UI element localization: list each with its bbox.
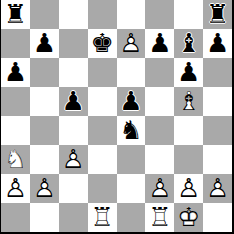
- square-b3[interactable]: [30, 145, 59, 174]
- square-f1[interactable]: ♜♖: [145, 203, 174, 232]
- white-pawn-fill: ♟: [148, 175, 171, 201]
- white-pawn-outline: ♙: [62, 146, 85, 172]
- white-pawn-outline: ♙: [4, 175, 27, 201]
- square-e7[interactable]: ♟♙: [117, 29, 146, 58]
- square-g1[interactable]: ♚♔: [174, 203, 203, 232]
- white-pawn-outline: ♙: [33, 175, 56, 201]
- square-a7[interactable]: [1, 29, 30, 58]
- black-pawn-glyph: ♟: [177, 59, 200, 85]
- square-a6[interactable]: ♟: [1, 58, 30, 87]
- square-c1[interactable]: [59, 203, 88, 232]
- white-rook-outline: ♖: [148, 204, 171, 230]
- piece-white-rook[interactable]: ♜♖: [88, 203, 117, 232]
- black-bishop-glyph: ♝: [177, 30, 200, 56]
- square-f6[interactable]: [145, 58, 174, 87]
- piece-black-pawn[interactable]: ♟: [30, 29, 59, 58]
- piece-black-pawn[interactable]: ♟: [145, 29, 174, 58]
- square-c8[interactable]: [59, 0, 88, 29]
- square-b5[interactable]: [30, 87, 59, 116]
- square-c2[interactable]: [59, 174, 88, 203]
- square-g3[interactable]: [174, 145, 203, 174]
- piece-black-rook[interactable]: ♜: [1, 0, 30, 29]
- square-e2[interactable]: [117, 174, 146, 203]
- square-h3[interactable]: [203, 145, 232, 174]
- piece-black-pawn[interactable]: ♟: [203, 29, 232, 58]
- square-f2[interactable]: ♟♙: [145, 174, 174, 203]
- square-c6[interactable]: [59, 58, 88, 87]
- black-pawn-glyph: ♟: [119, 88, 142, 114]
- black-pawn-glyph: ♟: [206, 30, 229, 56]
- square-e8[interactable]: [117, 0, 146, 29]
- square-b8[interactable]: [30, 0, 59, 29]
- square-h5[interactable]: [203, 87, 232, 116]
- square-a2[interactable]: ♟♙: [1, 174, 30, 203]
- white-pawn-fill: ♟: [33, 175, 56, 201]
- black-pawn-glyph: ♟: [148, 30, 171, 56]
- square-d6[interactable]: [88, 58, 117, 87]
- square-e5[interactable]: ♟: [117, 87, 146, 116]
- piece-black-bishop[interactable]: ♝: [174, 29, 203, 58]
- square-b4[interactable]: [30, 116, 59, 145]
- square-e6[interactable]: [117, 58, 146, 87]
- square-g4[interactable]: [174, 116, 203, 145]
- white-rook-outline: ♖: [90, 204, 113, 230]
- black-rook-glyph: ♜: [206, 1, 229, 27]
- piece-white-pawn[interactable]: ♟♙: [174, 174, 203, 203]
- piece-white-pawn[interactable]: ♟♙: [1, 174, 30, 203]
- square-d1[interactable]: ♜♖: [88, 203, 117, 232]
- square-g5[interactable]: ♝♗: [174, 87, 203, 116]
- white-pawn-outline: ♙: [177, 175, 200, 201]
- black-pawn-glyph: ♟: [4, 59, 27, 85]
- white-rook-fill: ♜: [148, 204, 171, 230]
- white-knight-fill: ♞: [4, 146, 27, 172]
- white-knight-outline: ♘: [4, 146, 27, 172]
- white-pawn-fill: ♟: [177, 175, 200, 201]
- square-a5[interactable]: [1, 87, 30, 116]
- square-g8[interactable]: [174, 0, 203, 29]
- square-h4[interactable]: [203, 116, 232, 145]
- square-d4[interactable]: [88, 116, 117, 145]
- black-pawn-glyph: ♟: [62, 88, 85, 114]
- square-e3[interactable]: [117, 145, 146, 174]
- square-h1[interactable]: [203, 203, 232, 232]
- square-g7[interactable]: ♝: [174, 29, 203, 58]
- white-pawn-fill: ♟: [62, 146, 85, 172]
- white-pawn-fill: ♟: [206, 175, 229, 201]
- piece-black-pawn[interactable]: ♟: [1, 58, 30, 87]
- square-d2[interactable]: [88, 174, 117, 203]
- square-b1[interactable]: [30, 203, 59, 232]
- piece-white-pawn[interactable]: ♟♙: [30, 174, 59, 203]
- piece-black-king[interactable]: ♚: [88, 29, 117, 58]
- piece-white-pawn[interactable]: ♟♙: [59, 145, 88, 174]
- square-g6[interactable]: ♟: [174, 58, 203, 87]
- white-rook-fill: ♜: [90, 204, 113, 230]
- white-king-outline: ♔: [177, 204, 200, 230]
- white-pawn-fill: ♟: [4, 175, 27, 201]
- square-b6[interactable]: [30, 58, 59, 87]
- white-pawn-outline: ♙: [119, 30, 142, 56]
- piece-white-king[interactable]: ♚♔: [174, 203, 203, 232]
- square-d5[interactable]: [88, 87, 117, 116]
- square-f7[interactable]: ♟: [145, 29, 174, 58]
- piece-black-rook[interactable]: ♜: [203, 0, 232, 29]
- black-rook-glyph: ♜: [4, 1, 27, 27]
- black-pawn-glyph: ♟: [33, 30, 56, 56]
- square-d7[interactable]: ♚: [88, 29, 117, 58]
- square-a8[interactable]: ♜: [1, 0, 30, 29]
- square-f3[interactable]: [145, 145, 174, 174]
- square-e1[interactable]: [117, 203, 146, 232]
- black-king-glyph: ♚: [90, 30, 113, 56]
- piece-black-pawn[interactable]: ♟: [174, 58, 203, 87]
- white-pawn-fill: ♟: [119, 30, 142, 56]
- piece-white-pawn[interactable]: ♟♙: [117, 29, 146, 58]
- chess-board: ♜♜♟♚♟♙♟♝♟♟♟♟♟♝♗♞♞♘♟♙♟♙♟♙♟♙♟♙♟♙♜♖♜♖♚♔: [0, 0, 234, 234]
- square-h7[interactable]: ♟: [203, 29, 232, 58]
- piece-white-rook[interactable]: ♜♖: [145, 203, 174, 232]
- square-d8[interactable]: [88, 0, 117, 29]
- piece-black-knight[interactable]: ♞: [117, 116, 146, 145]
- square-g2[interactable]: ♟♙: [174, 174, 203, 203]
- piece-white-pawn[interactable]: ♟♙: [203, 174, 232, 203]
- black-knight-glyph: ♞: [119, 117, 142, 143]
- piece-white-knight[interactable]: ♞♘: [1, 145, 30, 174]
- square-f8[interactable]: [145, 0, 174, 29]
- square-d3[interactable]: [88, 145, 117, 174]
- square-h8[interactable]: ♜: [203, 0, 232, 29]
- white-king-fill: ♚: [177, 204, 200, 230]
- square-h2[interactable]: ♟♙: [203, 174, 232, 203]
- square-c4[interactable]: [59, 116, 88, 145]
- square-f4[interactable]: [145, 116, 174, 145]
- square-f5[interactable]: [145, 87, 174, 116]
- square-a3[interactable]: ♞♘: [1, 145, 30, 174]
- square-a4[interactable]: [1, 116, 30, 145]
- white-bishop-fill: ♝: [177, 88, 200, 114]
- piece-black-pawn[interactable]: ♟: [117, 87, 146, 116]
- square-b2[interactable]: ♟♙: [30, 174, 59, 203]
- square-c7[interactable]: [59, 29, 88, 58]
- white-pawn-outline: ♙: [206, 175, 229, 201]
- square-a1[interactable]: [1, 203, 30, 232]
- piece-white-bishop[interactable]: ♝♗: [174, 87, 203, 116]
- square-c3[interactable]: ♟♙: [59, 145, 88, 174]
- white-bishop-outline: ♗: [177, 88, 200, 114]
- square-h6[interactable]: [203, 58, 232, 87]
- square-c5[interactable]: ♟: [59, 87, 88, 116]
- piece-white-pawn[interactable]: ♟♙: [145, 174, 174, 203]
- white-pawn-outline: ♙: [148, 175, 171, 201]
- piece-black-pawn[interactable]: ♟: [59, 87, 88, 116]
- square-e4[interactable]: ♞: [117, 116, 146, 145]
- square-b7[interactable]: ♟: [30, 29, 59, 58]
